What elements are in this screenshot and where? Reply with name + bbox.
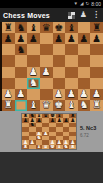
chess-board: ♜♞♝♛♚♝♜♟♟♟♟♟♟♟♞♟♟♞♟♟♟♟♟♟♜♝♛♚♝♞♜ bbox=[0, 22, 103, 111]
square-b3[interactable] bbox=[15, 78, 28, 89]
square-e1[interactable]: ♚ bbox=[53, 100, 66, 111]
square-c7[interactable]: ♟ bbox=[27, 33, 40, 44]
square-a8[interactable]: ♜ bbox=[2, 22, 15, 33]
square-d3[interactable] bbox=[40, 78, 53, 89]
white-king: ♚ bbox=[54, 100, 63, 110]
sync-icon: ↻ bbox=[85, 0, 89, 8]
white-pawn: ♟ bbox=[29, 67, 38, 77]
signal-icon: ◢ bbox=[80, 0, 83, 8]
square-d8[interactable]: ♛ bbox=[40, 22, 53, 33]
square-d5[interactable] bbox=[40, 55, 53, 66]
square-d7[interactable] bbox=[40, 33, 53, 44]
square-h1: ♜ bbox=[69, 145, 76, 149]
black-bishop: ♝ bbox=[29, 23, 38, 33]
square-h4[interactable] bbox=[90, 67, 103, 78]
square-h1[interactable]: ♜ bbox=[90, 100, 103, 111]
square-e1: ♚ bbox=[49, 145, 56, 149]
white-knight: ♞ bbox=[63, 145, 68, 149]
square-g1: ♞ bbox=[63, 145, 70, 149]
square-f5[interactable] bbox=[65, 55, 78, 66]
black-pawn: ♟ bbox=[67, 34, 76, 44]
square-e6[interactable] bbox=[53, 44, 66, 55]
white-rook: ♜ bbox=[92, 100, 101, 110]
square-c1[interactable]: ♝ bbox=[27, 100, 40, 111]
overflow-menu-icon[interactable]: ⋮ bbox=[92, 11, 100, 19]
square-a3[interactable] bbox=[2, 78, 15, 89]
status-bar: ▼ ◢ ↻ 8:00 bbox=[0, 0, 103, 8]
square-c6[interactable] bbox=[27, 44, 40, 55]
move-detail: 6.72 bbox=[80, 133, 103, 138]
square-h2[interactable]: ♟ bbox=[90, 89, 103, 100]
black-pawn: ♟ bbox=[4, 34, 13, 44]
white-knight: ♞ bbox=[29, 78, 38, 88]
move-thumbnail-board: ♜♞♝♛♚♝♜♟♟♟♟♟♟♟♞♟♟♞♟♟♟♟♟♟♜♝♛♚♝♞♜ bbox=[22, 114, 76, 149]
square-a7[interactable]: ♟ bbox=[2, 33, 15, 44]
white-pawn: ♟ bbox=[80, 89, 89, 99]
square-g2[interactable]: ♟ bbox=[78, 89, 91, 100]
list-background bbox=[0, 152, 103, 183]
square-h3[interactable] bbox=[90, 78, 103, 89]
square-f8[interactable]: ♝ bbox=[65, 22, 78, 33]
square-a4[interactable] bbox=[2, 67, 15, 78]
move-list-item[interactable]: ♜♞♝♛♚♝♜♟♟♟♟♟♟♟♞♟♟♞♟♟♟♟♟♟♜♝♛♚♝♞♜ 5. Nc3 6… bbox=[0, 111, 103, 152]
white-pawn: ♟ bbox=[4, 89, 13, 99]
white-bishop: ♝ bbox=[67, 100, 76, 110]
square-g5[interactable] bbox=[78, 55, 91, 66]
square-f6[interactable] bbox=[65, 44, 78, 55]
square-e3[interactable] bbox=[53, 78, 66, 89]
white-rook: ♜ bbox=[70, 145, 75, 149]
square-f1[interactable]: ♝ bbox=[65, 100, 78, 111]
white-pawn: ♟ bbox=[67, 89, 76, 99]
white-queen: ♛ bbox=[43, 145, 48, 149]
square-b8[interactable]: ♞ bbox=[15, 22, 28, 33]
status-time: 8:00 bbox=[91, 0, 101, 8]
square-b6[interactable]: ♞ bbox=[15, 44, 28, 55]
square-f2[interactable]: ♟ bbox=[65, 89, 78, 100]
square-e2[interactable]: ♟ bbox=[53, 89, 66, 100]
square-f3[interactable] bbox=[65, 78, 78, 89]
page-title: Chess Moves bbox=[3, 12, 68, 19]
square-d2[interactable] bbox=[40, 89, 53, 100]
square-a2[interactable]: ♟ bbox=[2, 89, 15, 100]
square-g6[interactable] bbox=[78, 44, 91, 55]
square-b4[interactable] bbox=[15, 67, 28, 78]
white-pawn: ♟ bbox=[42, 67, 51, 77]
white-bishop: ♝ bbox=[57, 145, 62, 149]
wifi-icon: ▼ bbox=[74, 0, 78, 8]
white-pawn: ♟ bbox=[54, 89, 63, 99]
square-e8[interactable]: ♚ bbox=[53, 22, 66, 33]
square-d1: ♛ bbox=[42, 145, 49, 149]
move-notation: 5. Nc3 bbox=[80, 125, 103, 131]
square-h6[interactable] bbox=[90, 44, 103, 55]
black-queen: ♛ bbox=[42, 23, 51, 33]
square-b7[interactable]: ♟ bbox=[15, 33, 28, 44]
black-knight: ♞ bbox=[16, 45, 25, 55]
square-f7[interactable]: ♟ bbox=[65, 33, 78, 44]
pieces-icon[interactable]: ♟ bbox=[80, 11, 87, 19]
square-g1[interactable]: ♞ bbox=[78, 100, 91, 111]
square-f4[interactable] bbox=[65, 67, 78, 78]
square-d4[interactable]: ♟ bbox=[40, 67, 53, 78]
square-g4[interactable] bbox=[78, 67, 91, 78]
white-pawn: ♟ bbox=[92, 89, 101, 99]
black-rook: ♜ bbox=[4, 23, 13, 33]
square-e4[interactable] bbox=[53, 67, 66, 78]
black-pawn: ♟ bbox=[80, 34, 89, 44]
square-e7[interactable]: ♟ bbox=[53, 33, 66, 44]
square-d6[interactable] bbox=[40, 44, 53, 55]
white-rook: ♜ bbox=[23, 145, 28, 149]
square-c3[interactable]: ♞ bbox=[27, 78, 40, 89]
square-b2[interactable]: ♟ bbox=[15, 89, 28, 100]
white-bishop: ♝ bbox=[29, 100, 38, 110]
square-h5[interactable] bbox=[90, 55, 103, 66]
black-knight: ♞ bbox=[16, 23, 25, 33]
square-c8[interactable]: ♝ bbox=[27, 22, 40, 33]
white-queen: ♛ bbox=[42, 100, 51, 110]
square-h7[interactable]: ♟ bbox=[90, 33, 103, 44]
square-b1 bbox=[29, 145, 36, 149]
square-g3[interactable] bbox=[78, 78, 91, 89]
black-pawn: ♟ bbox=[92, 34, 101, 44]
black-king: ♚ bbox=[54, 23, 63, 33]
square-e5[interactable] bbox=[53, 55, 66, 66]
square-c4[interactable]: ♟ bbox=[27, 67, 40, 78]
white-king: ♚ bbox=[50, 145, 55, 149]
square-h8[interactable]: ♜ bbox=[90, 22, 103, 33]
square-g7[interactable]: ♟ bbox=[78, 33, 91, 44]
white-bishop: ♝ bbox=[36, 145, 41, 149]
square-g8[interactable] bbox=[78, 22, 91, 33]
app-bar: Chess Moves ♟ ⋮ bbox=[0, 8, 103, 22]
black-rook: ♜ bbox=[92, 23, 101, 33]
square-c2[interactable] bbox=[27, 89, 40, 100]
square-a1: ♜ bbox=[22, 145, 29, 149]
black-pawn: ♟ bbox=[16, 34, 25, 44]
black-bishop: ♝ bbox=[67, 23, 76, 33]
black-pawn: ♟ bbox=[54, 34, 63, 44]
square-a6[interactable] bbox=[2, 44, 15, 55]
white-rook: ♜ bbox=[4, 100, 13, 110]
white-pawn: ♟ bbox=[16, 89, 25, 99]
square-b5[interactable] bbox=[15, 55, 28, 66]
square-a1[interactable]: ♜ bbox=[2, 100, 15, 111]
black-pawn: ♟ bbox=[29, 34, 38, 44]
square-c5[interactable] bbox=[27, 55, 40, 66]
board-icon[interactable] bbox=[68, 12, 75, 19]
square-f1: ♝ bbox=[56, 145, 63, 149]
square-c1: ♝ bbox=[36, 145, 43, 149]
square-a5[interactable] bbox=[2, 55, 15, 66]
square-b1[interactable] bbox=[15, 100, 28, 111]
square-d1[interactable]: ♛ bbox=[40, 100, 53, 111]
white-knight: ♞ bbox=[80, 100, 89, 110]
